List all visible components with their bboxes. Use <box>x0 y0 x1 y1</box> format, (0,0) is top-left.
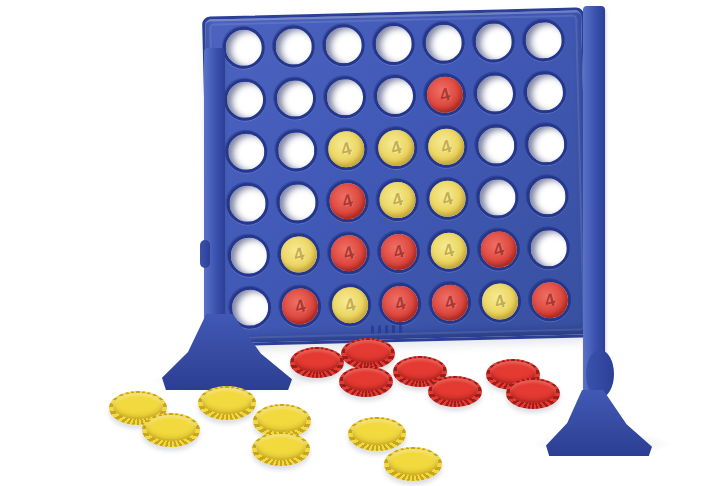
disc-emboss-numeral: 4 <box>342 243 356 263</box>
disc-emboss-numeral: 4 <box>442 241 456 261</box>
disc-emboss-numeral: 4 <box>293 296 307 316</box>
yellow-disc: 4 <box>280 236 317 273</box>
disc-face <box>146 415 196 441</box>
disc-emboss-numeral: 4 <box>493 292 507 312</box>
cell-r5-c6: 4 <box>477 228 520 271</box>
disc-face <box>256 434 306 460</box>
cell-r1-c7 <box>522 19 565 62</box>
cell-r6-c2: 4 <box>279 285 322 328</box>
loose-yellow-disc <box>142 413 200 447</box>
cell-r6-c3: 4 <box>329 284 372 327</box>
loose-red-disc <box>341 338 395 369</box>
yellow-disc: 4 <box>430 232 467 269</box>
cell-r6-c6: 4 <box>479 280 522 323</box>
cell-r5-c3: 4 <box>327 232 370 275</box>
loose-red-disc <box>339 366 393 397</box>
disc-face <box>343 368 389 391</box>
red-disc: 4 <box>382 286 419 323</box>
cell-r2-c4 <box>374 75 417 118</box>
disc-emboss-numeral: 4 <box>389 138 403 158</box>
disc-emboss-numeral: 4 <box>393 294 407 314</box>
red-disc: 4 <box>380 234 417 271</box>
cell-r5-c7 <box>527 227 570 270</box>
disc-emboss-numeral: 4 <box>292 244 306 264</box>
loose-yellow-disc <box>348 417 406 451</box>
disc-emboss-numeral: 4 <box>492 240 506 260</box>
right-leg <box>583 6 605 398</box>
cell-r6-c4: 4 <box>379 282 422 325</box>
cell-r5-c1 <box>227 234 270 277</box>
disc-face <box>294 349 340 372</box>
loose-yellow-disc <box>198 386 256 420</box>
disc-face <box>202 388 252 414</box>
cell-r1-c2 <box>272 25 315 68</box>
cell-r4-c6 <box>476 176 519 219</box>
connect-four-product-photo: 444444444444444444 <box>0 0 727 486</box>
loose-yellow-disc <box>384 447 442 481</box>
right-foot <box>546 390 652 456</box>
cell-r3-c6 <box>475 124 518 167</box>
disc-emboss-numeral: 4 <box>443 293 457 313</box>
cell-r2-c2 <box>274 77 317 120</box>
red-disc: 4 <box>532 282 569 319</box>
connect-four-board-frame: 444444444444444444 <box>202 7 592 346</box>
disc-emboss-numeral: 4 <box>392 242 406 262</box>
cell-r4-c1 <box>226 182 269 225</box>
disc-emboss-numeral: 4 <box>438 85 452 105</box>
disc-emboss-numeral: 4 <box>439 137 453 157</box>
cell-r3-c2 <box>275 129 318 172</box>
disc-emboss-numeral: 4 <box>543 290 557 310</box>
cell-r4-c3: 4 <box>326 180 369 223</box>
loose-red-disc <box>428 376 482 407</box>
cell-r3-c1 <box>225 130 268 173</box>
disc-face <box>510 380 556 403</box>
disc-face <box>345 340 391 363</box>
cell-r2-c7 <box>523 71 566 114</box>
loose-red-disc <box>506 378 560 409</box>
cell-r3-c4: 4 <box>375 127 418 170</box>
cell-r4-c4: 4 <box>376 178 419 221</box>
cell-r2-c3 <box>324 76 367 119</box>
disc-face <box>432 378 478 401</box>
red-disc: 4 <box>427 76 464 113</box>
left-leg <box>204 48 225 342</box>
disc-face <box>388 449 438 475</box>
cell-r4-c5: 4 <box>426 177 469 220</box>
yellow-disc: 4 <box>328 131 365 168</box>
cell-r2-c1 <box>224 78 267 121</box>
red-disc: 4 <box>330 235 367 272</box>
left-leg-knob <box>200 240 210 268</box>
cell-r6-c7: 4 <box>529 279 572 322</box>
cell-r5-c2: 4 <box>277 233 320 276</box>
red-disc: 4 <box>480 231 517 268</box>
cell-r2-c5: 4 <box>423 73 466 116</box>
cell-r3-c7 <box>525 123 568 166</box>
red-disc: 4 <box>329 183 366 220</box>
cell-r1-c6 <box>472 20 515 63</box>
loose-red-disc <box>290 347 344 378</box>
cell-r3-c5: 4 <box>425 125 468 168</box>
cell-r1-c5 <box>422 21 465 64</box>
red-disc: 4 <box>282 288 319 325</box>
yellow-disc: 4 <box>379 182 416 219</box>
cell-r5-c4: 4 <box>377 230 420 273</box>
disc-emboss-numeral: 4 <box>339 139 353 159</box>
cell-r2-c6 <box>473 72 516 115</box>
cell-r6-c5: 4 <box>429 281 472 324</box>
disc-emboss-numeral: 4 <box>340 191 354 211</box>
yellow-disc: 4 <box>482 283 519 320</box>
yellow-disc: 4 <box>428 128 465 165</box>
cell-r1-c1 <box>222 26 265 69</box>
disc-emboss-numeral: 4 <box>440 189 454 209</box>
cell-r3-c3: 4 <box>325 128 368 171</box>
yellow-disc: 4 <box>378 130 415 167</box>
disc-emboss-numeral: 4 <box>390 190 404 210</box>
yellow-disc: 4 <box>429 180 466 217</box>
cell-r1-c3 <box>322 24 365 67</box>
disc-emboss-numeral: 4 <box>343 295 357 315</box>
disc-face <box>352 419 402 445</box>
yellow-disc: 4 <box>332 287 369 324</box>
board-grid: 444444444444444444 <box>221 19 572 329</box>
cell-r1-c4 <box>372 23 415 66</box>
red-disc: 4 <box>432 284 469 321</box>
disc-face <box>257 406 307 432</box>
cell-r5-c5: 4 <box>427 229 470 272</box>
cell-r4-c7 <box>526 175 569 218</box>
loose-yellow-disc <box>252 432 310 466</box>
bottom-rail-notch-detail <box>371 325 405 334</box>
cell-r4-c2 <box>276 181 319 224</box>
